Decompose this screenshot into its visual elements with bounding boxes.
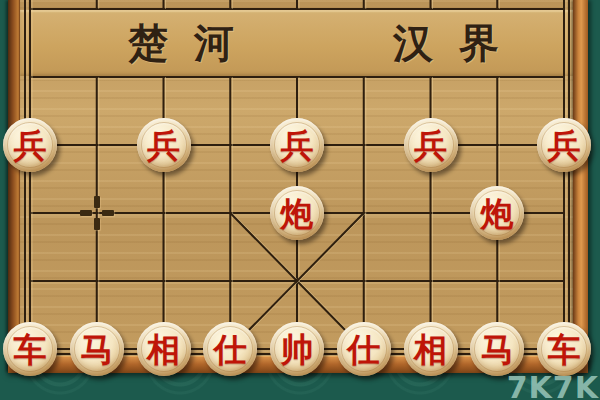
piece-glyph: 炮 <box>281 197 314 230</box>
piece-glyph: 兵 <box>414 129 447 162</box>
piece-glyph: 兵 <box>14 129 47 162</box>
game-screen: 楚河 汉界 兵兵兵兵兵炮炮车马相仕帅仕相马车 7K7K <box>0 0 600 400</box>
piece-glyph: 马 <box>481 333 514 366</box>
piece-glyph: 炮 <box>481 197 514 230</box>
last-move-origin-marker <box>80 196 114 230</box>
piece-red-elephant-left[interactable]: 相 <box>137 322 191 376</box>
piece-glyph: 车 <box>14 333 47 366</box>
piece-glyph: 仕 <box>214 333 247 366</box>
piece-red-chariot-left[interactable]: 车 <box>3 322 57 376</box>
marker-arm <box>94 196 100 208</box>
piece-red-horse-left[interactable]: 马 <box>70 322 124 376</box>
piece-glyph: 仕 <box>347 333 380 366</box>
piece-glyph: 相 <box>147 333 180 366</box>
piece-glyph: 车 <box>548 333 581 366</box>
piece-red-elephant-right[interactable]: 相 <box>404 322 458 376</box>
marker-arm <box>80 210 92 216</box>
piece-glyph: 相 <box>414 333 447 366</box>
piece-red-advisor-right[interactable]: 仕 <box>337 322 391 376</box>
piece-red-soldier-a[interactable]: 兵 <box>3 118 57 172</box>
piece-red-soldier-c[interactable]: 兵 <box>137 118 191 172</box>
piece-glyph: 马 <box>80 333 113 366</box>
piece-red-soldier-g[interactable]: 兵 <box>404 118 458 172</box>
watermark-7k7k: 7K7K <box>507 370 599 400</box>
board-frame-left <box>8 0 20 372</box>
piece-red-chariot-right[interactable]: 车 <box>537 322 591 376</box>
piece-glyph: 帅 <box>281 333 314 366</box>
piece-red-soldier-e[interactable]: 兵 <box>270 118 324 172</box>
piece-red-cannon-h[interactable]: 炮 <box>470 186 524 240</box>
board-frame-right <box>573 0 588 372</box>
piece-red-horse-right[interactable]: 马 <box>470 322 524 376</box>
marker-arm <box>94 218 100 230</box>
piece-red-general[interactable]: 帅 <box>270 322 324 376</box>
marker-arm <box>102 210 114 216</box>
piece-red-soldier-i[interactable]: 兵 <box>537 118 591 172</box>
piece-red-advisor-left[interactable]: 仕 <box>203 322 257 376</box>
piece-glyph: 兵 <box>548 129 581 162</box>
piece-glyph: 兵 <box>281 129 314 162</box>
piece-red-cannon-center[interactable]: 炮 <box>270 186 324 240</box>
piece-glyph: 兵 <box>147 129 180 162</box>
